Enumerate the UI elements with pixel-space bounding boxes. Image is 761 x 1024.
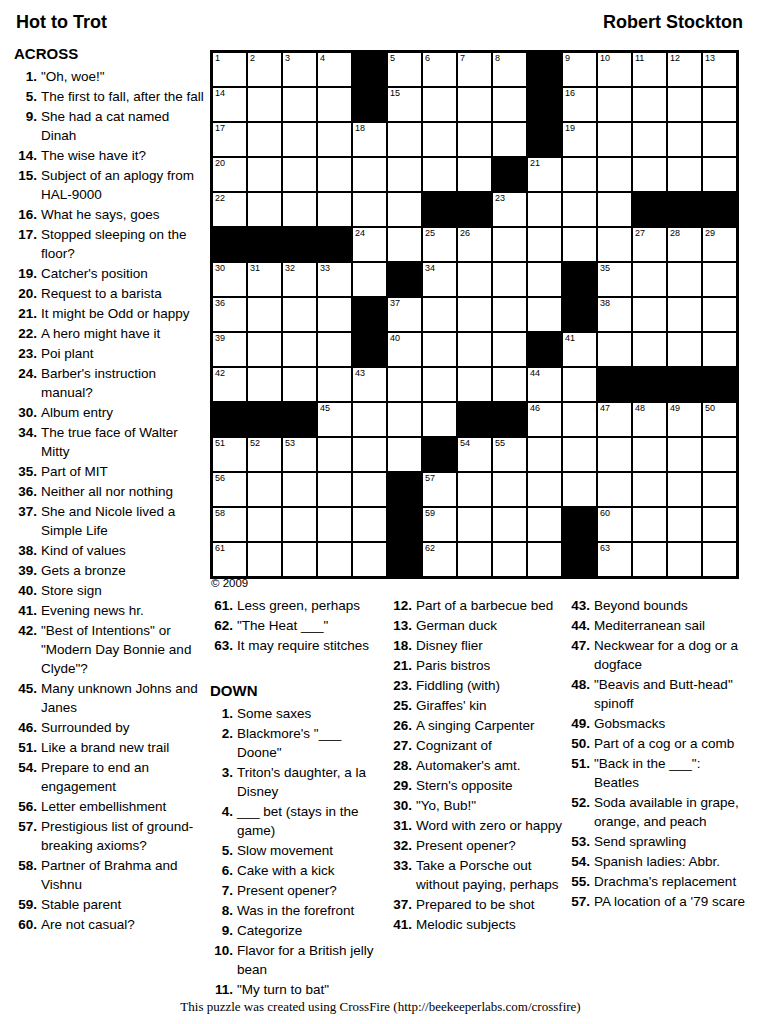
grid-cell[interactable]: 20 <box>212 157 247 192</box>
grid-cell[interactable] <box>457 507 492 542</box>
down-clue-2: 2.Blackmore's "___ Doone" <box>210 724 386 762</box>
grid-cell[interactable]: 46 <box>527 402 562 437</box>
clue-text: Gets a bronze <box>41 561 206 580</box>
grid-cell[interactable] <box>247 297 282 332</box>
grid-cell[interactable] <box>597 227 632 262</box>
grid-cell[interactable]: 18 <box>352 122 387 157</box>
black-cell <box>387 472 422 507</box>
grid-cell[interactable] <box>702 297 737 332</box>
cell-number: 16 <box>565 88 575 99</box>
cell-number: 35 <box>600 263 610 274</box>
across-clue-42: 42."Best of Intentions" or "Modern Day B… <box>14 621 206 678</box>
grid-cell[interactable]: 25 <box>422 227 457 262</box>
clue-number: 37. <box>389 895 416 914</box>
grid-cell[interactable]: 26 <box>457 227 492 262</box>
grid-cell[interactable] <box>317 542 352 577</box>
grid-cell[interactable] <box>702 157 737 192</box>
grid-cell[interactable]: 51 <box>212 437 247 472</box>
grid-cell[interactable] <box>632 262 667 297</box>
grid-cell[interactable]: 38 <box>597 297 632 332</box>
grid-cell[interactable] <box>527 437 562 472</box>
grid-cell[interactable] <box>632 332 667 367</box>
clue-number: 7. <box>210 881 237 900</box>
grid-cell[interactable] <box>247 367 282 402</box>
grid-cell[interactable] <box>387 157 422 192</box>
grid-cell[interactable] <box>317 367 352 402</box>
grid-cell[interactable] <box>492 262 527 297</box>
grid-cell[interactable]: 53 <box>282 437 317 472</box>
grid-cell[interactable] <box>667 472 702 507</box>
grid-cell[interactable] <box>457 262 492 297</box>
grid-cell[interactable] <box>317 157 352 192</box>
grid-cell[interactable] <box>492 367 527 402</box>
grid-cell[interactable] <box>667 122 702 157</box>
grid-cell[interactable] <box>527 472 562 507</box>
clue-number: 57. <box>567 892 594 911</box>
grid-cell[interactable] <box>387 437 422 472</box>
clue-number: 14. <box>14 146 41 165</box>
grid-cell[interactable]: 12 <box>667 52 702 87</box>
grid-cell[interactable] <box>422 367 457 402</box>
grid-cell[interactable]: 27 <box>632 227 667 262</box>
grid-cell[interactable] <box>667 87 702 122</box>
grid-cell[interactable] <box>387 122 422 157</box>
clue-number: 31. <box>389 816 416 835</box>
clue-number: 29. <box>389 776 416 795</box>
grid-cell[interactable]: 33 <box>317 262 352 297</box>
down-clue-31: 31.Word with zero or happy <box>389 816 563 835</box>
clue-number: 16. <box>14 205 41 224</box>
clue-number: 10. <box>210 941 237 979</box>
clue-number: 13. <box>389 616 416 635</box>
cell-number: 37 <box>390 298 400 309</box>
across-clue-62: 62."The Heat ___" <box>210 616 386 635</box>
grid-cell[interactable]: 1 <box>212 52 247 87</box>
grid-cell[interactable] <box>247 507 282 542</box>
clue-text: The true face of Walter Mitty <box>41 423 206 461</box>
clue-text: Kind of values <box>41 541 206 560</box>
grid-cell[interactable] <box>352 437 387 472</box>
clue-text: Surrounded by <box>41 718 206 737</box>
grid-cell[interactable]: 35 <box>597 262 632 297</box>
grid-cell[interactable]: 58 <box>212 507 247 542</box>
clue-number: 39. <box>14 561 41 580</box>
grid-cell[interactable]: 21 <box>527 157 562 192</box>
grid-cell[interactable]: 3 <box>282 52 317 87</box>
clue-text: Slow movement <box>237 841 386 860</box>
grid-cell[interactable]: 30 <box>212 262 247 297</box>
grid-cell[interactable] <box>527 297 562 332</box>
clue-text: Automaker's amt. <box>416 756 563 775</box>
grid-cell[interactable] <box>632 507 667 542</box>
grid-cell[interactable] <box>457 122 492 157</box>
grid-cell[interactable] <box>317 297 352 332</box>
grid-cell[interactable] <box>597 472 632 507</box>
down-clue-27: 27.Cognizant of <box>389 736 563 755</box>
grid-cell[interactable] <box>422 402 457 437</box>
grid-cell[interactable]: 39 <box>212 332 247 367</box>
grid-cell[interactable]: 44 <box>527 367 562 402</box>
puzzle-title: Hot to Trot <box>16 12 107 33</box>
grid-cell[interactable]: 10 <box>597 52 632 87</box>
grid-cell[interactable]: 56 <box>212 472 247 507</box>
grid-cell[interactable]: 36 <box>212 297 247 332</box>
clue-number: 58. <box>14 856 41 894</box>
clue-number: 49. <box>567 714 594 733</box>
grid-cell[interactable] <box>562 192 597 227</box>
grid-cell[interactable] <box>282 87 317 122</box>
grid-cell[interactable] <box>632 122 667 157</box>
grid-cell[interactable]: 45 <box>317 402 352 437</box>
grid-cell[interactable] <box>632 542 667 577</box>
grid-cell[interactable]: 6 <box>422 52 457 87</box>
black-cell <box>702 367 737 402</box>
down-clue-6: 6.Cake with a kick <box>210 861 386 880</box>
grid-cell[interactable] <box>247 122 282 157</box>
clue-number: 30. <box>14 403 41 422</box>
grid-cell[interactable]: 22 <box>212 192 247 227</box>
cell-number: 61 <box>215 543 225 554</box>
cell-number: 5 <box>390 53 395 64</box>
grid-cell[interactable] <box>387 192 422 227</box>
clue-text: Drachma's replacement <box>594 872 749 891</box>
grid-cell[interactable] <box>282 542 317 577</box>
grid-cell[interactable] <box>492 227 527 262</box>
across-clue-17: 17.Stopped sleeping on the floor? <box>14 225 206 263</box>
grid-cell[interactable] <box>352 507 387 542</box>
cell-number: 1 <box>215 53 220 64</box>
grid-cell[interactable]: 29 <box>702 227 737 262</box>
across-clue-22: 22.A hero might have it <box>14 324 206 343</box>
cell-number: 45 <box>320 403 330 414</box>
grid-cell[interactable] <box>317 472 352 507</box>
cell-number: 31 <box>250 263 260 274</box>
grid-cell[interactable] <box>527 262 562 297</box>
clue-text: Present opener? <box>416 836 563 855</box>
cell-number: 8 <box>495 53 500 64</box>
grid-cell[interactable] <box>632 472 667 507</box>
grid-cell[interactable]: 13 <box>702 52 737 87</box>
grid-cell[interactable] <box>422 332 457 367</box>
grid-cell[interactable] <box>597 192 632 227</box>
grid-cell[interactable] <box>247 472 282 507</box>
grid-cell[interactable] <box>667 332 702 367</box>
clue-number: 54. <box>567 852 594 871</box>
clue-number: 35. <box>14 462 41 481</box>
grid-cell[interactable] <box>352 192 387 227</box>
grid-cell[interactable] <box>422 297 457 332</box>
grid-cell[interactable] <box>702 262 737 297</box>
grid-cell[interactable]: 9 <box>562 52 597 87</box>
grid-cell[interactable] <box>317 87 352 122</box>
clue-number: 12. <box>389 596 416 615</box>
black-cell <box>352 297 387 332</box>
clue-text: Blackmore's "___ Doone" <box>237 724 386 762</box>
grid-cell[interactable] <box>632 87 667 122</box>
grid-cell[interactable] <box>597 157 632 192</box>
grid-cell[interactable] <box>352 262 387 297</box>
grid-cell[interactable]: 8 <box>492 52 527 87</box>
grid-cell[interactable] <box>632 297 667 332</box>
clue-text: Flavor for a British jelly bean <box>237 941 386 979</box>
grid-cell[interactable] <box>457 542 492 577</box>
grid-cell[interactable] <box>457 297 492 332</box>
grid-cell[interactable] <box>702 332 737 367</box>
grid-cell[interactable] <box>562 157 597 192</box>
grid-cell[interactable] <box>667 542 702 577</box>
grid-cell[interactable] <box>667 437 702 472</box>
grid-cell[interactable] <box>492 87 527 122</box>
grid-cell[interactable] <box>282 472 317 507</box>
grid-cell[interactable]: 40 <box>387 332 422 367</box>
grid-cell[interactable] <box>282 192 317 227</box>
cell-number: 62 <box>425 543 435 554</box>
grid-cell[interactable]: 42 <box>212 367 247 402</box>
grid-cell[interactable]: 60 <box>597 507 632 542</box>
grid-cell[interactable] <box>597 437 632 472</box>
cell-number: 41 <box>565 333 575 344</box>
grid-cell[interactable] <box>527 507 562 542</box>
down-clue-5: 5.Slow movement <box>210 841 386 860</box>
grid-cell[interactable]: 11 <box>632 52 667 87</box>
grid-cell[interactable]: 61 <box>212 542 247 577</box>
clue-text: Part of a cog or a comb <box>594 734 749 753</box>
grid-cell[interactable] <box>492 472 527 507</box>
down-clues-12-41: 12.Part of a barbecue bed13.German duck1… <box>389 596 563 934</box>
clue-text: Like a brand new trail <box>41 738 206 757</box>
grid-cell[interactable]: 37 <box>387 297 422 332</box>
grid-cell[interactable]: 16 <box>562 87 597 122</box>
grid-cell[interactable] <box>247 332 282 367</box>
clue-text: "Beavis and Butt-head" spinoff <box>594 675 749 713</box>
grid-cell[interactable] <box>667 507 702 542</box>
grid-cell[interactable]: 49 <box>667 402 702 437</box>
black-cell <box>492 157 527 192</box>
grid-cell[interactable]: 24 <box>352 227 387 262</box>
clue-number: 23. <box>389 676 416 695</box>
grid-cell[interactable] <box>527 542 562 577</box>
grid-cell[interactable]: 14 <box>212 87 247 122</box>
clue-number: 5. <box>14 87 41 106</box>
grid-cell[interactable] <box>247 192 282 227</box>
cell-number: 17 <box>215 123 225 134</box>
grid-cell[interactable] <box>422 122 457 157</box>
grid-cell[interactable] <box>562 437 597 472</box>
grid-cell[interactable] <box>317 437 352 472</box>
clue-text: Beyond bounds <box>594 596 749 615</box>
grid-cell[interactable] <box>282 122 317 157</box>
black-cell <box>527 122 562 157</box>
grid-cell[interactable]: 32 <box>282 262 317 297</box>
grid-cell[interactable]: 5 <box>387 52 422 87</box>
down-clue-33: 33.Take a Porsche out without paying, pe… <box>389 856 563 894</box>
across-clue-20: 20.Request to a barista <box>14 284 206 303</box>
clue-text: Many unknown Johns and Janes <box>41 679 206 717</box>
grid-cell[interactable] <box>317 507 352 542</box>
down-clue-32: 32.Present opener? <box>389 836 563 855</box>
across-clue-35: 35.Part of MIT <box>14 462 206 481</box>
clue-text: Melodic subjects <box>416 915 563 934</box>
clue-text: Prepared to be shot <box>416 895 563 914</box>
grid-cell[interactable]: 59 <box>422 507 457 542</box>
grid-cell[interactable] <box>387 227 422 262</box>
cell-number: 48 <box>635 403 645 414</box>
grid-cell[interactable] <box>422 157 457 192</box>
across-clue-41: 41.Evening news hr. <box>14 601 206 620</box>
grid-cell[interactable] <box>282 297 317 332</box>
grid-cell[interactable] <box>282 157 317 192</box>
grid-cell[interactable]: 41 <box>562 332 597 367</box>
cell-number: 63 <box>600 543 610 554</box>
grid-cell[interactable] <box>492 122 527 157</box>
down-clue-9: 9.Categorize <box>210 921 386 940</box>
clue-text: Barber's instruction manual? <box>41 364 206 402</box>
clue-text: ___ bet (stays in the game) <box>237 802 386 840</box>
grid-cell[interactable]: 2 <box>247 52 282 87</box>
grid-cell[interactable] <box>527 227 562 262</box>
down-clue-44: 44.Mediterranean sail <box>567 616 749 635</box>
grid-cell[interactable] <box>667 297 702 332</box>
grid-cell[interactable]: 57 <box>422 472 457 507</box>
cell-number: 51 <box>215 438 225 449</box>
grid-cell[interactable] <box>317 122 352 157</box>
grid-cell[interactable] <box>562 402 597 437</box>
grid-cell[interactable]: 43 <box>352 367 387 402</box>
grid-cell[interactable] <box>492 542 527 577</box>
down-clue-51: 51."Back in the ___": Beatles <box>567 754 749 792</box>
grid-cell[interactable] <box>387 402 422 437</box>
grid-cell[interactable] <box>632 437 667 472</box>
cell-number: 46 <box>530 403 540 414</box>
black-cell <box>352 332 387 367</box>
grid-cell[interactable]: 63 <box>597 542 632 577</box>
grid-cell[interactable] <box>422 87 457 122</box>
clue-text: "Best of Intentions" or "Modern Day Bonn… <box>41 621 206 678</box>
grid-cell[interactable] <box>702 472 737 507</box>
cell-number: 49 <box>670 403 680 414</box>
grid-cell[interactable]: 28 <box>667 227 702 262</box>
clue-number: 4. <box>210 802 237 840</box>
grid-cell[interactable]: 62 <box>422 542 457 577</box>
across-clue-30: 30.Album entry <box>14 403 206 422</box>
grid-cell[interactable] <box>247 157 282 192</box>
grid-cell[interactable]: 19 <box>562 122 597 157</box>
clue-number: 23. <box>14 344 41 363</box>
grid-cell[interactable] <box>457 332 492 367</box>
grid-cell[interactable] <box>282 367 317 402</box>
grid-cell[interactable] <box>562 472 597 507</box>
grid-cell[interactable] <box>457 157 492 192</box>
across-clue-60: 60.Are not casual? <box>14 915 206 934</box>
grid-cell[interactable] <box>457 87 492 122</box>
grid-cell[interactable] <box>562 367 597 402</box>
clue-text: Disney flier <box>416 636 563 655</box>
clue-text: It might be Odd or happy <box>41 304 206 323</box>
grid-cell[interactable] <box>457 367 492 402</box>
grid-cell[interactable] <box>387 367 422 402</box>
cell-number: 43 <box>355 368 365 379</box>
grid-cell[interactable] <box>597 332 632 367</box>
grid-cell[interactable]: 15 <box>387 87 422 122</box>
copyright-notice: © 2009 <box>211 577 248 589</box>
across-label: ACROSS <box>14 44 206 63</box>
clue-text: German duck <box>416 616 563 635</box>
black-cell <box>492 402 527 437</box>
grid-cell[interactable] <box>247 542 282 577</box>
grid-cell[interactable]: 47 <box>597 402 632 437</box>
grid-cell[interactable] <box>352 157 387 192</box>
clue-number: 28. <box>389 756 416 775</box>
clue-number: 9. <box>210 921 237 940</box>
clue-number: 25. <box>389 696 416 715</box>
clue-text: "Oh, woe!" <box>41 67 206 86</box>
grid-cell[interactable]: 54 <box>457 437 492 472</box>
grid-cell[interactable] <box>702 542 737 577</box>
clue-number: 5. <box>210 841 237 860</box>
grid-cell[interactable] <box>492 507 527 542</box>
grid-cell[interactable] <box>492 332 527 367</box>
across-clue-21: 21.It might be Odd or happy <box>14 304 206 323</box>
grid-cell[interactable] <box>352 472 387 507</box>
black-cell <box>527 87 562 122</box>
grid-cell[interactable] <box>702 437 737 472</box>
black-cell <box>352 87 387 122</box>
grid-cell[interactable]: 34 <box>422 262 457 297</box>
grid-cell[interactable]: 55 <box>492 437 527 472</box>
black-cell <box>212 402 247 437</box>
grid-cell[interactable] <box>702 122 737 157</box>
cell-number: 53 <box>285 438 295 449</box>
grid-cell[interactable] <box>597 87 632 122</box>
grid-cell[interactable] <box>317 192 352 227</box>
grid-cell[interactable] <box>247 87 282 122</box>
grid-cell[interactable] <box>282 507 317 542</box>
grid-cell[interactable] <box>632 157 667 192</box>
grid-cell[interactable] <box>702 507 737 542</box>
grid-cell[interactable] <box>282 332 317 367</box>
grid-cell[interactable]: 31 <box>247 262 282 297</box>
grid-cell[interactable] <box>667 262 702 297</box>
grid-cell[interactable]: 23 <box>492 192 527 227</box>
grid-cell[interactable] <box>457 472 492 507</box>
grid-cell[interactable]: 48 <box>632 402 667 437</box>
grid-cell[interactable]: 50 <box>702 402 737 437</box>
grid-cell[interactable]: 52 <box>247 437 282 472</box>
grid-cell[interactable]: 17 <box>212 122 247 157</box>
grid-cell[interactable] <box>597 122 632 157</box>
clue-text: Subject of an aplogy from HAL-9000 <box>41 166 206 204</box>
grid-cell[interactable]: 7 <box>457 52 492 87</box>
grid-cell[interactable] <box>317 332 352 367</box>
clue-number: 46. <box>14 718 41 737</box>
down-clue-4: 4.___ bet (stays in the game) <box>210 802 386 840</box>
cell-number: 4 <box>320 53 325 64</box>
clue-text: Part of MIT <box>41 462 206 481</box>
grid-cell[interactable] <box>352 402 387 437</box>
clue-text: Cognizant of <box>416 736 563 755</box>
cell-number: 59 <box>425 508 435 519</box>
grid-cell[interactable] <box>527 192 562 227</box>
grid-cell[interactable] <box>352 542 387 577</box>
grid-cell[interactable] <box>492 297 527 332</box>
grid-cell[interactable]: 4 <box>317 52 352 87</box>
across-clues-1-60: 1."Oh, woe!"5.The first to fall, after t… <box>14 67 206 934</box>
grid-cell[interactable] <box>702 87 737 122</box>
grid-cell[interactable] <box>562 227 597 262</box>
clue-text: Some saxes <box>237 704 386 723</box>
grid-cell[interactable] <box>667 157 702 192</box>
down-clue-30: 30."Yo, Bub!" <box>389 796 563 815</box>
